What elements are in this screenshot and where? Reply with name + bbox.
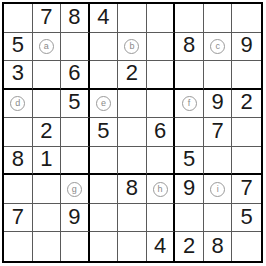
cell-r4c3[interactable]: 5 bbox=[61, 90, 90, 119]
cell-r7c2[interactable] bbox=[33, 175, 62, 204]
cell-r3c3[interactable]: 6 bbox=[61, 61, 90, 90]
cell-r7c9[interactable]: 7 bbox=[232, 175, 261, 204]
cell-r7c4[interactable] bbox=[90, 175, 119, 204]
cell-r1c2[interactable]: 7 bbox=[33, 4, 62, 33]
cell-r3c8[interactable] bbox=[204, 61, 233, 90]
cell-r1c9[interactable] bbox=[232, 4, 261, 33]
cell-r6c9[interactable] bbox=[232, 147, 261, 176]
cell-r2c6[interactable] bbox=[147, 33, 176, 62]
cell-r5c7[interactable] bbox=[175, 118, 204, 147]
given-digit: 3 bbox=[12, 62, 24, 84]
cell-r1c3[interactable]: 8 bbox=[61, 4, 90, 33]
cell-r8c4[interactable] bbox=[90, 204, 119, 233]
given-digit: 7 bbox=[12, 206, 24, 228]
cell-r3c7[interactable] bbox=[175, 61, 204, 90]
cell-r9c1[interactable] bbox=[4, 232, 33, 261]
circled-letter-i: i bbox=[210, 182, 225, 197]
given-digit: 8 bbox=[183, 34, 195, 56]
given-digit: 2 bbox=[126, 62, 138, 84]
cell-r3c2[interactable] bbox=[33, 61, 62, 90]
cell-r7c6[interactable]: h bbox=[147, 175, 176, 204]
cell-r1c5[interactable] bbox=[118, 4, 147, 33]
cell-r7c8[interactable]: i bbox=[204, 175, 233, 204]
cell-r3c4[interactable] bbox=[90, 61, 119, 90]
cell-r6c8[interactable] bbox=[204, 147, 233, 176]
cell-r8c5[interactable] bbox=[118, 204, 147, 233]
cell-r1c8[interactable] bbox=[204, 4, 233, 33]
cell-r9c9[interactable] bbox=[232, 232, 261, 261]
given-digit: 8 bbox=[126, 177, 138, 199]
cell-r3c5[interactable]: 2 bbox=[118, 61, 147, 90]
cell-r4c1[interactable]: d bbox=[4, 90, 33, 119]
cell-r5c3[interactable] bbox=[61, 118, 90, 147]
cell-r4c7[interactable]: f bbox=[175, 90, 204, 119]
circled-letter-e: e bbox=[96, 96, 111, 111]
cell-r8c9[interactable]: 5 bbox=[232, 204, 261, 233]
circled-letter-g: g bbox=[67, 182, 82, 197]
cell-r9c5[interactable] bbox=[118, 232, 147, 261]
cell-r5c5[interactable] bbox=[118, 118, 147, 147]
circled-letter-c: c bbox=[210, 39, 225, 54]
cell-r9c6[interactable]: 4 bbox=[147, 232, 176, 261]
cell-r5c8[interactable]: 7 bbox=[204, 118, 233, 147]
given-digit: 5 bbox=[68, 91, 80, 113]
cell-r8c8[interactable] bbox=[204, 204, 233, 233]
given-digit: 5 bbox=[12, 34, 24, 56]
cell-r2c8[interactable]: c bbox=[204, 33, 233, 62]
cell-r2c5[interactable]: b bbox=[118, 33, 147, 62]
given-digit: 8 bbox=[68, 6, 80, 28]
cell-r7c1[interactable] bbox=[4, 175, 33, 204]
cell-r6c7[interactable]: 5 bbox=[175, 147, 204, 176]
given-digit: 1 bbox=[40, 148, 52, 170]
given-digit: 5 bbox=[97, 120, 109, 142]
given-digit: 7 bbox=[40, 6, 52, 28]
cell-r8c2[interactable] bbox=[33, 204, 62, 233]
given-digit: 8 bbox=[12, 148, 24, 170]
given-digit: 8 bbox=[212, 235, 224, 257]
cell-r9c4[interactable] bbox=[90, 232, 119, 261]
cell-r4c4[interactable]: e bbox=[90, 90, 119, 119]
cell-r6c3[interactable] bbox=[61, 147, 90, 176]
cell-r6c2[interactable]: 1 bbox=[33, 147, 62, 176]
cell-r7c5[interactable]: 8 bbox=[118, 175, 147, 204]
cell-r8c3[interactable]: 9 bbox=[61, 204, 90, 233]
cell-r1c1[interactable] bbox=[4, 4, 33, 33]
cell-r3c1[interactable]: 3 bbox=[4, 61, 33, 90]
cell-r4c6[interactable] bbox=[147, 90, 176, 119]
cell-r3c9[interactable] bbox=[232, 61, 261, 90]
given-digit: 4 bbox=[154, 235, 166, 257]
given-digit: 9 bbox=[241, 34, 253, 56]
circled-letter-h: h bbox=[153, 182, 168, 197]
cell-r4c9[interactable]: 2 bbox=[232, 90, 261, 119]
given-digit: 9 bbox=[212, 91, 224, 113]
cell-r7c7[interactable]: 9 bbox=[175, 175, 204, 204]
circled-letter-f: f bbox=[182, 96, 197, 111]
cell-r5c9[interactable] bbox=[232, 118, 261, 147]
given-digit: 5 bbox=[183, 148, 195, 170]
cell-r2c2[interactable]: a bbox=[33, 33, 62, 62]
circled-letter-d: d bbox=[10, 96, 25, 111]
cell-r2c4[interactable] bbox=[90, 33, 119, 62]
given-digit: 6 bbox=[68, 62, 80, 84]
cell-r6c5[interactable] bbox=[118, 147, 147, 176]
cell-r5c2[interactable]: 2 bbox=[33, 118, 62, 147]
cell-r2c7[interactable]: 8 bbox=[175, 33, 204, 62]
cell-r8c1[interactable]: 7 bbox=[4, 204, 33, 233]
cell-r5c1[interactable] bbox=[4, 118, 33, 147]
given-digit: 9 bbox=[183, 177, 195, 199]
cell-r9c8[interactable]: 8 bbox=[204, 232, 233, 261]
given-digit: 5 bbox=[241, 206, 253, 228]
cell-r2c9[interactable]: 9 bbox=[232, 33, 261, 62]
cell-r6c1[interactable]: 8 bbox=[4, 147, 33, 176]
cell-r4c2[interactable] bbox=[33, 90, 62, 119]
cell-r4c5[interactable] bbox=[118, 90, 147, 119]
cell-r9c7[interactable]: 2 bbox=[175, 232, 204, 261]
cell-r6c4[interactable] bbox=[90, 147, 119, 176]
cell-r9c3[interactable] bbox=[61, 232, 90, 261]
given-digit: 7 bbox=[212, 120, 224, 142]
cell-r1c6[interactable] bbox=[147, 4, 176, 33]
cell-r3c6[interactable] bbox=[147, 61, 176, 90]
given-digit: 2 bbox=[40, 120, 52, 142]
given-digit: 6 bbox=[154, 120, 166, 142]
given-digit: 7 bbox=[241, 177, 253, 199]
cell-r5c4[interactable]: 5 bbox=[90, 118, 119, 147]
cell-r5c6[interactable]: 6 bbox=[147, 118, 176, 147]
sudoku-board: 7845ab8c9362d5ef922567815g8h9i7795428 bbox=[2, 2, 263, 263]
cell-r8c7[interactable] bbox=[175, 204, 204, 233]
given-digit: 2 bbox=[183, 235, 195, 257]
circled-letter-b: b bbox=[124, 39, 139, 54]
cell-r2c3[interactable] bbox=[61, 33, 90, 62]
cell-r7c3[interactable]: g bbox=[61, 175, 90, 204]
cell-r2c1[interactable]: 5 bbox=[4, 33, 33, 62]
circled-letter-a: a bbox=[39, 39, 54, 54]
cell-r8c6[interactable] bbox=[147, 204, 176, 233]
cell-r1c7[interactable] bbox=[175, 4, 204, 33]
cell-r1c4[interactable]: 4 bbox=[90, 4, 119, 33]
given-digit: 4 bbox=[97, 6, 109, 28]
given-digit: 2 bbox=[241, 91, 253, 113]
cell-r4c8[interactable]: 9 bbox=[204, 90, 233, 119]
cell-r9c2[interactable] bbox=[33, 232, 62, 261]
given-digit: 9 bbox=[68, 206, 80, 228]
cell-r6c6[interactable] bbox=[147, 147, 176, 176]
